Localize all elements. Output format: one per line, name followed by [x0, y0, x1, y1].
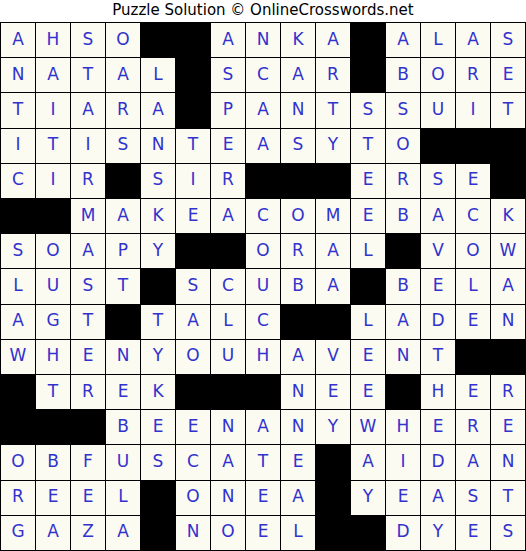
black-cell [176, 375, 211, 410]
grid-cell: O [456, 234, 491, 269]
black-cell [456, 129, 491, 164]
black-cell [1, 410, 36, 445]
grid-cell: A [1, 23, 36, 58]
grid-cell: S [211, 58, 246, 93]
black-cell [386, 234, 421, 269]
black-cell [351, 23, 386, 58]
black-cell [211, 375, 246, 410]
grid-cell: A [316, 23, 351, 58]
grid-cell: E [421, 410, 456, 445]
grid-cell: L [351, 234, 386, 269]
grid-cell: E [211, 129, 246, 164]
grid-cell: T [106, 269, 141, 304]
grid-cell: N [491, 305, 526, 340]
grid-cell: N [281, 410, 316, 445]
grid-cell: O [246, 234, 281, 269]
grid-cell: E [351, 340, 386, 375]
grid-cell: E [421, 269, 456, 304]
grid-cell: O [386, 129, 421, 164]
grid-cell: A [246, 93, 281, 128]
grid-cell: U [246, 269, 281, 304]
grid-cell: L [421, 23, 456, 58]
grid-cell: L [141, 58, 176, 93]
grid-cell: B [281, 269, 316, 304]
grid-cell: A [176, 305, 211, 340]
grid-cell: T [141, 305, 176, 340]
grid-cell: B [386, 269, 421, 304]
grid-cell: L [456, 269, 491, 304]
grid-cell: G [36, 305, 71, 340]
grid-cell: O [176, 340, 211, 375]
black-cell [491, 129, 526, 164]
grid-cell: T [36, 129, 71, 164]
black-cell [1, 199, 36, 234]
grid-cell: Y [351, 481, 386, 516]
black-cell [141, 516, 176, 551]
grid-cell: R [316, 58, 351, 93]
grid-cell: I [71, 129, 106, 164]
black-cell [36, 410, 71, 445]
grid-cell: A [211, 199, 246, 234]
grid-cell: I [36, 93, 71, 128]
grid-cell: A [456, 23, 491, 58]
grid-cell: S [456, 481, 491, 516]
grid-cell: A [106, 516, 141, 551]
grid-cell: A [421, 481, 456, 516]
grid-cell: A [491, 269, 526, 304]
grid-cell: T [71, 58, 106, 93]
black-cell [176, 93, 211, 128]
grid-cell: T [36, 375, 71, 410]
grid-cell: R [386, 164, 421, 199]
grid-cell: S [71, 23, 106, 58]
grid-cell: R [456, 58, 491, 93]
grid-cell: E [106, 375, 141, 410]
grid-cell: S [141, 164, 176, 199]
grid-cell: A [71, 93, 106, 128]
grid-cell: A [456, 445, 491, 480]
grid-cell: S [141, 445, 176, 480]
grid-cell: T [176, 129, 211, 164]
grid-cell: N [246, 23, 281, 58]
grid-cell: P [106, 234, 141, 269]
grid-cell: I [176, 164, 211, 199]
black-cell [141, 23, 176, 58]
grid-cell: A [246, 129, 281, 164]
grid-cell: S [491, 516, 526, 551]
grid-cell: Y [141, 340, 176, 375]
black-cell [281, 305, 316, 340]
grid-cell: H [421, 375, 456, 410]
grid-cell: E [141, 410, 176, 445]
grid-cell: L [281, 516, 316, 551]
grid-cell: S [71, 269, 106, 304]
grid-cell: H [36, 23, 71, 58]
grid-cell: E [316, 375, 351, 410]
grid-cell: K [281, 23, 316, 58]
grid-cell: N [106, 340, 141, 375]
grid-cell: K [141, 199, 176, 234]
grid-cell: B [386, 58, 421, 93]
black-cell [141, 269, 176, 304]
grid-cell: P [211, 93, 246, 128]
grid-cell: A [316, 234, 351, 269]
grid-cell: N [281, 375, 316, 410]
page-title: Puzzle Solution © OnlineCrosswords.net [0, 0, 526, 22]
grid-cell: A [421, 199, 456, 234]
grid-cell: D [386, 516, 421, 551]
grid-cell: C [246, 199, 281, 234]
grid-cell: F [71, 445, 106, 480]
grid-cell: Y [316, 410, 351, 445]
grid-cell: R [211, 164, 246, 199]
grid-cell: R [1, 481, 36, 516]
grid-cell: W [1, 340, 36, 375]
grid-cell: A [351, 445, 386, 480]
crossword-grid: AHSOANKAALASNATALSCARBORETIARAPANTSSUITI… [0, 22, 526, 551]
grid-cell: E [351, 375, 386, 410]
grid-cell: I [36, 164, 71, 199]
grid-cell: A [281, 340, 316, 375]
grid-cell: W [491, 234, 526, 269]
grid-cell: A [71, 234, 106, 269]
grid-cell: S [106, 129, 141, 164]
black-cell [351, 269, 386, 304]
grid-cell: C [1, 164, 36, 199]
grid-cell: V [316, 340, 351, 375]
grid-cell: O [1, 445, 36, 480]
grid-cell: O [211, 516, 246, 551]
grid-cell: A [386, 305, 421, 340]
black-cell [106, 164, 141, 199]
grid-cell: T [71, 305, 106, 340]
grid-cell: U [421, 93, 456, 128]
grid-cell: T [246, 445, 281, 480]
black-cell [316, 445, 351, 480]
grid-cell: O [106, 23, 141, 58]
grid-cell: S [281, 129, 316, 164]
black-cell [281, 164, 316, 199]
black-cell [211, 234, 246, 269]
grid-cell: E [456, 164, 491, 199]
black-cell [316, 516, 351, 551]
grid-cell: H [246, 340, 281, 375]
grid-cell: B [106, 410, 141, 445]
grid-cell: T [491, 93, 526, 128]
grid-cell: R [456, 410, 491, 445]
grid-cell: S [491, 23, 526, 58]
black-cell [421, 129, 456, 164]
grid-cell: E [246, 481, 281, 516]
grid-cell: A [1, 305, 36, 340]
black-cell [316, 481, 351, 516]
black-cell [491, 340, 526, 375]
grid-cell: O [176, 481, 211, 516]
black-cell [316, 164, 351, 199]
black-cell [351, 516, 386, 551]
grid-cell: N [1, 58, 36, 93]
grid-cell: G [1, 516, 36, 551]
grid-cell: O [421, 58, 456, 93]
grid-cell: A [246, 410, 281, 445]
grid-cell: E [456, 516, 491, 551]
black-cell [36, 199, 71, 234]
black-cell [106, 305, 141, 340]
grid-cell: U [211, 340, 246, 375]
grid-cell: E [456, 305, 491, 340]
puzzle-solution-page: Puzzle Solution © OnlineCrosswords.net A… [0, 0, 526, 551]
grid-cell: N [176, 516, 211, 551]
grid-cell: E [351, 164, 386, 199]
grid-cell: E [71, 340, 106, 375]
grid-cell: Z [71, 516, 106, 551]
grid-cell: D [421, 445, 456, 480]
grid-cell: A [316, 269, 351, 304]
grid-cell: N [211, 410, 246, 445]
grid-cell: R [106, 93, 141, 128]
black-cell [351, 58, 386, 93]
grid-cell: N [211, 481, 246, 516]
grid-cell: L [106, 481, 141, 516]
grid-cell: A [106, 58, 141, 93]
grid-cell: Y [141, 234, 176, 269]
grid-cell: L [1, 269, 36, 304]
grid-cell: H [36, 340, 71, 375]
grid-cell: S [1, 234, 36, 269]
grid-cell: L [211, 305, 246, 340]
grid-cell: S [351, 93, 386, 128]
grid-cell: C [246, 305, 281, 340]
grid-cell: N [386, 340, 421, 375]
grid-cell: A [141, 93, 176, 128]
grid-cell: T [1, 93, 36, 128]
black-cell [71, 410, 106, 445]
grid-cell: R [281, 234, 316, 269]
grid-cell: M [316, 199, 351, 234]
black-cell [316, 305, 351, 340]
black-cell [246, 375, 281, 410]
grid-cell: A [106, 199, 141, 234]
grid-cell: U [106, 445, 141, 480]
grid-cell: T [316, 93, 351, 128]
grid-cell: S [421, 164, 456, 199]
black-cell [456, 340, 491, 375]
grid-cell: E [386, 481, 421, 516]
grid-cell: E [491, 58, 526, 93]
grid-cell: E [281, 445, 316, 480]
grid-cell: C [211, 269, 246, 304]
grid-cell: T [351, 129, 386, 164]
grid-cell: R [491, 375, 526, 410]
black-cell [176, 234, 211, 269]
black-cell [1, 375, 36, 410]
grid-cell: E [491, 410, 526, 445]
grid-cell: S [386, 93, 421, 128]
grid-cell: R [71, 164, 106, 199]
grid-cell: S [176, 269, 211, 304]
grid-cell: I [456, 93, 491, 128]
grid-cell: Y [316, 129, 351, 164]
grid-cell: D [421, 305, 456, 340]
grid-cell: A [36, 58, 71, 93]
grid-cell: O [281, 199, 316, 234]
grid-cell: W [351, 410, 386, 445]
grid-cell: E [456, 375, 491, 410]
grid-cell: K [141, 375, 176, 410]
grid-cell: E [176, 410, 211, 445]
grid-cell: E [71, 481, 106, 516]
grid-cell: A [281, 58, 316, 93]
black-cell [246, 164, 281, 199]
grid-cell: T [421, 340, 456, 375]
grid-cell: K [491, 199, 526, 234]
grid-cell: N [281, 93, 316, 128]
grid-cell: C [456, 199, 491, 234]
grid-cell: E [351, 199, 386, 234]
grid-cell: U [36, 269, 71, 304]
black-cell [176, 23, 211, 58]
grid-cell: T [491, 481, 526, 516]
black-cell [386, 375, 421, 410]
grid-cell: E [176, 199, 211, 234]
grid-cell: H [386, 410, 421, 445]
grid-cell: C [176, 445, 211, 480]
grid-cell: N [491, 445, 526, 480]
black-cell [491, 164, 526, 199]
grid-cell: A [211, 445, 246, 480]
grid-cell: A [281, 481, 316, 516]
grid-cell: E [36, 481, 71, 516]
grid-cell: C [246, 58, 281, 93]
grid-cell: V [421, 234, 456, 269]
grid-cell: I [1, 129, 36, 164]
black-cell [141, 481, 176, 516]
grid-cell: A [211, 23, 246, 58]
grid-cell: B [386, 199, 421, 234]
grid-cell: N [141, 129, 176, 164]
grid-cell: M [71, 199, 106, 234]
grid-cell: E [246, 516, 281, 551]
grid-cell: A [386, 23, 421, 58]
grid-cell: I [386, 445, 421, 480]
grid-cell: R [71, 375, 106, 410]
black-cell [176, 58, 211, 93]
grid-cell: Y [421, 516, 456, 551]
grid-cell: O [36, 234, 71, 269]
grid-cell: B [36, 445, 71, 480]
grid-cell: A [36, 516, 71, 551]
grid-cell: L [351, 305, 386, 340]
